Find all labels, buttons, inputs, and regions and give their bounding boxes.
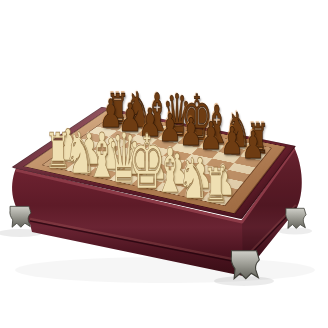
board-rim (11, 107, 296, 219)
board-anchor (51, 44, 275, 268)
chess-board (43, 116, 271, 206)
chess-set-photo: ♜♞♝♛♚♝♞♜♟♟♟♟♟♟♟♟♟♟♟♟♟♟♟♟♜♞♝♛♚♝♞♜ (0, 0, 328, 328)
board-border (24, 110, 286, 213)
claw-foot-right (286, 208, 306, 228)
claw-foot-left (10, 206, 31, 227)
